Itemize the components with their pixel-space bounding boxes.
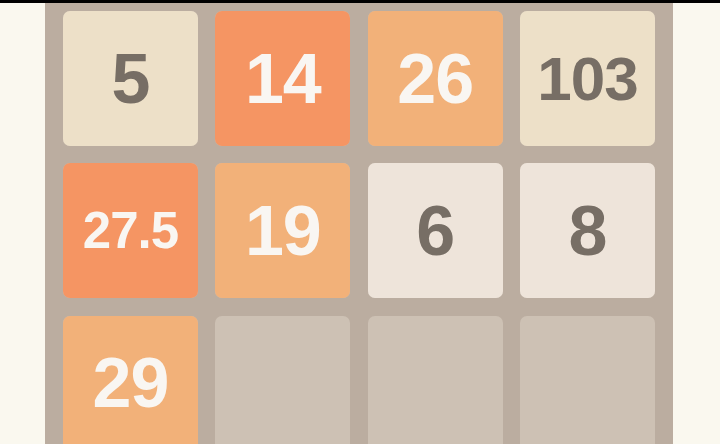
tile-8: 8 (520, 163, 655, 298)
top-black-bar (0, 0, 720, 3)
game-board[interactable]: 5142610327.5196829 (45, 0, 673, 444)
tile-19: 19 (215, 163, 350, 298)
tile-14: 14 (215, 11, 350, 146)
empty-cell (368, 316, 503, 444)
tile-5: 5 (63, 11, 198, 146)
tile-27.5: 27.5 (63, 163, 198, 298)
empty-cell (520, 316, 655, 444)
tile-26: 26 (368, 11, 503, 146)
tile-6: 6 (368, 163, 503, 298)
tile-103: 103 (520, 11, 655, 146)
tile-29: 29 (63, 316, 198, 444)
empty-cell (215, 316, 350, 444)
screenshot-root: 5142610327.5196829 (0, 0, 720, 444)
